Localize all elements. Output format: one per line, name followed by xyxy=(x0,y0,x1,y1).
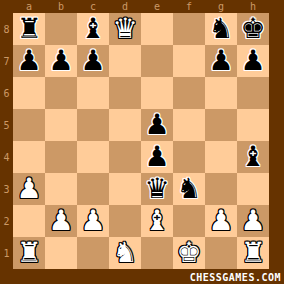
square-b3[interactable] xyxy=(45,173,77,205)
square-e1[interactable] xyxy=(141,237,173,269)
square-f2[interactable] xyxy=(173,205,205,237)
square-g4[interactable] xyxy=(205,141,237,173)
square-h8[interactable]: ♚ xyxy=(237,13,269,45)
square-d3[interactable] xyxy=(109,173,141,205)
square-a8[interactable]: ♜ xyxy=(13,13,45,45)
square-e7[interactable] xyxy=(141,45,173,77)
black-king-h8: ♚ xyxy=(240,13,265,45)
square-f1[interactable]: ♚ xyxy=(173,237,205,269)
square-e4[interactable]: ♟ xyxy=(141,141,173,173)
rank-labels: 87654321 xyxy=(0,13,13,269)
square-a3[interactable]: ♟ xyxy=(13,173,45,205)
square-a6[interactable] xyxy=(13,77,45,109)
square-f5[interactable] xyxy=(173,109,205,141)
square-h1[interactable]: ♜ xyxy=(237,237,269,269)
chessboard: ♜♝♛♞♚♟♟♟♟♟♟♟♝♟♛♞♟♟♝♟♟♜♞♚♜ xyxy=(13,13,269,269)
square-a7[interactable]: ♟ xyxy=(13,45,45,77)
square-f6[interactable] xyxy=(173,77,205,109)
black-pawn-e5: ♟ xyxy=(144,109,169,141)
white-pawn-a3: ♟ xyxy=(16,173,41,205)
square-f4[interactable] xyxy=(173,141,205,173)
square-h6[interactable] xyxy=(237,77,269,109)
square-c5[interactable] xyxy=(77,109,109,141)
square-f8[interactable] xyxy=(173,13,205,45)
black-queen-e3: ♛ xyxy=(144,173,169,205)
square-b2[interactable]: ♟ xyxy=(45,205,77,237)
square-g8[interactable]: ♞ xyxy=(205,13,237,45)
rank-label-2: 2 xyxy=(0,205,13,237)
white-pawn-h2: ♟ xyxy=(240,205,265,237)
square-g6[interactable] xyxy=(205,77,237,109)
square-e8[interactable] xyxy=(141,13,173,45)
square-e2[interactable]: ♝ xyxy=(141,205,173,237)
square-c2[interactable]: ♟ xyxy=(77,205,109,237)
file-label-b: b xyxy=(45,0,77,13)
white-pawn-b2: ♟ xyxy=(48,205,73,237)
rank-label-5: 5 xyxy=(0,109,13,141)
square-d2[interactable] xyxy=(109,205,141,237)
square-f3[interactable]: ♞ xyxy=(173,173,205,205)
white-bishop-e2: ♝ xyxy=(144,205,169,237)
square-g7[interactable]: ♟ xyxy=(205,45,237,77)
square-g1[interactable] xyxy=(205,237,237,269)
square-b7[interactable]: ♟ xyxy=(45,45,77,77)
square-c1[interactable] xyxy=(77,237,109,269)
white-knight-d1: ♞ xyxy=(112,237,137,269)
square-d8[interactable]: ♛ xyxy=(109,13,141,45)
rank-label-3: 3 xyxy=(0,173,13,205)
black-pawn-h7: ♟ xyxy=(240,45,265,77)
file-label-f: f xyxy=(173,0,205,13)
white-pawn-g2: ♟ xyxy=(208,205,233,237)
square-d4[interactable] xyxy=(109,141,141,173)
chess-diagram: abcdefgh 87654321 ♜♝♛♞♚♟♟♟♟♟♟♟♝♟♛♞♟♟♝♟♟♜… xyxy=(0,0,284,284)
rank-label-6: 6 xyxy=(0,77,13,109)
square-g5[interactable] xyxy=(205,109,237,141)
watermark: CHESSGAMES.COM xyxy=(190,272,281,283)
black-bishop-h4: ♝ xyxy=(240,141,265,173)
square-d6[interactable] xyxy=(109,77,141,109)
black-knight-f3: ♞ xyxy=(176,173,201,205)
square-d1[interactable]: ♞ xyxy=(109,237,141,269)
square-b4[interactable] xyxy=(45,141,77,173)
square-c7[interactable]: ♟ xyxy=(77,45,109,77)
square-g2[interactable]: ♟ xyxy=(205,205,237,237)
square-c6[interactable] xyxy=(77,77,109,109)
square-f7[interactable] xyxy=(173,45,205,77)
square-c3[interactable] xyxy=(77,173,109,205)
black-rook-a8: ♜ xyxy=(16,13,41,45)
black-pawn-e4: ♟ xyxy=(144,141,169,173)
white-queen-d8: ♛ xyxy=(112,13,137,45)
square-h4[interactable]: ♝ xyxy=(237,141,269,173)
white-pawn-c2: ♟ xyxy=(80,205,105,237)
square-a4[interactable] xyxy=(13,141,45,173)
square-b1[interactable] xyxy=(45,237,77,269)
rank-label-7: 7 xyxy=(0,45,13,77)
square-b8[interactable] xyxy=(45,13,77,45)
square-a2[interactable] xyxy=(13,205,45,237)
square-c4[interactable] xyxy=(77,141,109,173)
square-h2[interactable]: ♟ xyxy=(237,205,269,237)
white-king-f1: ♚ xyxy=(176,237,201,269)
black-pawn-b7: ♟ xyxy=(48,45,73,77)
square-d5[interactable] xyxy=(109,109,141,141)
square-h7[interactable]: ♟ xyxy=(237,45,269,77)
square-a5[interactable] xyxy=(13,109,45,141)
white-rook-h1: ♜ xyxy=(240,237,265,269)
rank-label-8: 8 xyxy=(0,13,13,45)
black-knight-g8: ♞ xyxy=(208,13,233,45)
square-a1[interactable]: ♜ xyxy=(13,237,45,269)
square-h5[interactable] xyxy=(237,109,269,141)
square-b6[interactable] xyxy=(45,77,77,109)
black-pawn-a7: ♟ xyxy=(16,45,41,77)
black-pawn-g7: ♟ xyxy=(208,45,233,77)
rank-label-1: 1 xyxy=(0,237,13,269)
square-d7[interactable] xyxy=(109,45,141,77)
square-e6[interactable] xyxy=(141,77,173,109)
white-rook-a1: ♜ xyxy=(16,237,41,269)
square-e5[interactable]: ♟ xyxy=(141,109,173,141)
square-g3[interactable] xyxy=(205,173,237,205)
square-c8[interactable]: ♝ xyxy=(77,13,109,45)
black-bishop-c8: ♝ xyxy=(80,13,105,45)
square-e3[interactable]: ♛ xyxy=(141,173,173,205)
square-h3[interactable] xyxy=(237,173,269,205)
rank-label-4: 4 xyxy=(0,141,13,173)
file-label-e: e xyxy=(141,0,173,13)
square-b5[interactable] xyxy=(45,109,77,141)
black-pawn-c7: ♟ xyxy=(80,45,105,77)
